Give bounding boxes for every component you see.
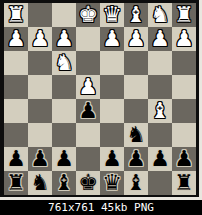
square-g8[interactable]: ♞ (28, 171, 52, 195)
white-pawn: ♟ (148, 27, 172, 51)
black-pawn: ♟ (4, 147, 28, 171)
square-e3[interactable] (76, 51, 100, 75)
square-h6[interactable] (4, 123, 28, 147)
square-c1[interactable]: ♝ (124, 3, 148, 27)
white-rook: ♜ (4, 3, 28, 27)
square-c4[interactable] (124, 75, 148, 99)
image-viewer: ♜♚♛♝♞♜♟♟♟♟♟♟♟♞♟♟♝♞♟♟♟♟♟♟♟♜♞♝♚♛♝♜ (0, 0, 202, 200)
square-d1[interactable]: ♛ (100, 3, 124, 27)
square-h8[interactable]: ♜ (4, 171, 28, 195)
square-g2[interactable]: ♟ (28, 27, 52, 51)
square-a1[interactable]: ♜ (172, 3, 196, 27)
white-knight: ♞ (52, 51, 76, 75)
square-c3[interactable] (124, 51, 148, 75)
square-f8[interactable]: ♝ (52, 171, 76, 195)
square-b3[interactable] (148, 51, 172, 75)
square-f7[interactable]: ♟ (52, 147, 76, 171)
square-e2[interactable] (76, 27, 100, 51)
black-king: ♚ (76, 171, 100, 195)
square-a4[interactable] (172, 75, 196, 99)
chessboard: ♜♚♛♝♞♜♟♟♟♟♟♟♟♞♟♟♝♞♟♟♟♟♟♟♟♜♞♝♚♛♝♜ (4, 3, 196, 195)
square-g7[interactable]: ♟ (28, 147, 52, 171)
square-g6[interactable] (28, 123, 52, 147)
black-pawn: ♟ (76, 99, 100, 123)
black-pawn: ♟ (172, 147, 196, 171)
black-rook: ♜ (172, 171, 196, 195)
square-c8[interactable]: ♝ (124, 171, 148, 195)
square-b8[interactable] (148, 171, 172, 195)
square-e8[interactable]: ♚ (76, 171, 100, 195)
square-h1[interactable]: ♜ (4, 3, 28, 27)
white-pawn: ♟ (52, 27, 76, 51)
white-pawn: ♟ (4, 27, 28, 51)
black-knight: ♞ (28, 171, 52, 195)
square-h5[interactable] (4, 99, 28, 123)
square-c6[interactable]: ♞ (124, 123, 148, 147)
white-bishop: ♝ (124, 3, 148, 27)
square-a7[interactable]: ♟ (172, 147, 196, 171)
square-c7[interactable]: ♟ (124, 147, 148, 171)
square-a6[interactable] (172, 123, 196, 147)
image-info-text: 761x761 45kb PNG (48, 200, 154, 215)
white-knight: ♞ (148, 3, 172, 27)
square-f2[interactable]: ♟ (52, 27, 76, 51)
square-f6[interactable] (52, 123, 76, 147)
square-e4[interactable]: ♟ (76, 75, 100, 99)
square-b7[interactable]: ♟ (148, 147, 172, 171)
white-queen: ♛ (100, 3, 124, 27)
square-d6[interactable] (100, 123, 124, 147)
square-f1[interactable] (52, 3, 76, 27)
square-b4[interactable] (148, 75, 172, 99)
square-e1[interactable]: ♚ (76, 3, 100, 27)
square-d2[interactable]: ♟ (100, 27, 124, 51)
square-g3[interactable] (28, 51, 52, 75)
square-e5[interactable]: ♟ (76, 99, 100, 123)
square-a2[interactable]: ♟ (172, 27, 196, 51)
square-b6[interactable] (148, 123, 172, 147)
square-b1[interactable]: ♞ (148, 3, 172, 27)
white-pawn: ♟ (172, 27, 196, 51)
square-g4[interactable] (28, 75, 52, 99)
square-d8[interactable]: ♛ (100, 171, 124, 195)
square-a8[interactable]: ♜ (172, 171, 196, 195)
black-pawn: ♟ (148, 147, 172, 171)
square-h7[interactable]: ♟ (4, 147, 28, 171)
chessboard-frame: ♜♚♛♝♞♜♟♟♟♟♟♟♟♞♟♟♝♞♟♟♟♟♟♟♟♜♞♝♚♛♝♜ (0, 0, 199, 197)
square-h2[interactable]: ♟ (4, 27, 28, 51)
square-e6[interactable] (76, 123, 100, 147)
white-pawn: ♟ (124, 27, 148, 51)
white-bishop: ♝ (148, 99, 172, 123)
square-g1[interactable] (28, 3, 52, 27)
square-d3[interactable] (100, 51, 124, 75)
square-f3[interactable]: ♞ (52, 51, 76, 75)
black-pawn: ♟ (100, 147, 124, 171)
black-pawn: ♟ (124, 147, 148, 171)
white-pawn: ♟ (76, 75, 100, 99)
square-c2[interactable]: ♟ (124, 27, 148, 51)
square-d7[interactable]: ♟ (100, 147, 124, 171)
black-bishop: ♝ (124, 171, 148, 195)
status-bar: 761x761 45kb PNG (0, 200, 202, 215)
square-d4[interactable] (100, 75, 124, 99)
square-b2[interactable]: ♟ (148, 27, 172, 51)
black-knight: ♞ (124, 123, 148, 147)
square-g5[interactable] (28, 99, 52, 123)
white-pawn: ♟ (100, 27, 124, 51)
white-king: ♚ (76, 3, 100, 27)
black-rook: ♜ (4, 171, 28, 195)
black-queen: ♛ (100, 171, 124, 195)
square-a5[interactable] (172, 99, 196, 123)
square-h4[interactable] (4, 75, 28, 99)
black-bishop: ♝ (52, 171, 76, 195)
square-a3[interactable] (172, 51, 196, 75)
square-f5[interactable] (52, 99, 76, 123)
black-pawn: ♟ (52, 147, 76, 171)
square-c5[interactable] (124, 99, 148, 123)
square-b5[interactable]: ♝ (148, 99, 172, 123)
white-rook: ♜ (172, 3, 196, 27)
square-e7[interactable] (76, 147, 100, 171)
square-d5[interactable] (100, 99, 124, 123)
black-pawn: ♟ (28, 147, 52, 171)
square-f4[interactable] (52, 75, 76, 99)
white-pawn: ♟ (28, 27, 52, 51)
square-h3[interactable] (4, 51, 28, 75)
